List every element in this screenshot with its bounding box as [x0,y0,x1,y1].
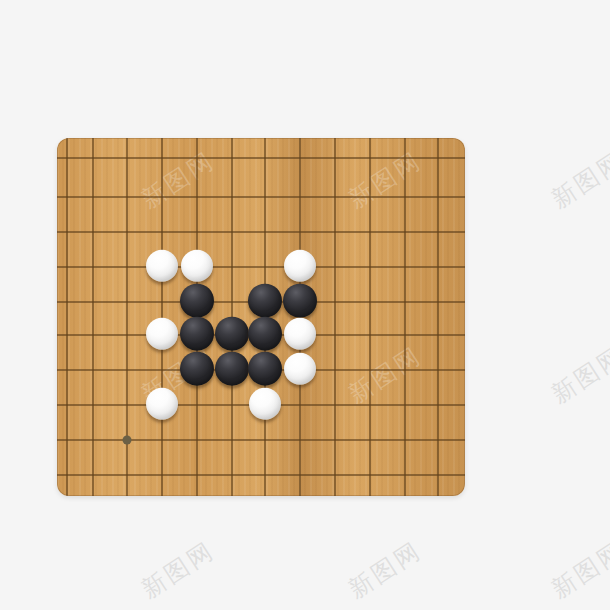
watermark-text: 新图网 [545,535,610,606]
grid-line-vertical [92,138,94,496]
stone-black[interactable] [180,284,214,318]
grid-line-horizontal [57,196,465,198]
grid-line-vertical [404,138,406,496]
stone-white[interactable] [284,318,316,350]
stone-white[interactable] [249,388,281,420]
grid-line-vertical [66,138,68,496]
stone-black[interactable] [215,352,249,386]
stone-black[interactable] [248,317,282,351]
stone-black[interactable] [283,284,317,318]
stone-white[interactable] [181,250,213,282]
grid-line-horizontal [57,439,465,441]
stone-black[interactable] [248,352,282,386]
watermark-text: 新图网 [545,145,610,216]
grid-line-horizontal [57,474,465,476]
watermark-text: 新图网 [135,535,220,606]
grid-line-horizontal [57,266,465,268]
stone-black[interactable] [180,317,214,351]
watermark-text: 新图网 [342,145,427,216]
watermark-text: 新图网 [342,535,427,606]
watermark-text: 新图网 [135,145,220,216]
stone-white[interactable] [284,250,316,282]
grid-line-vertical [437,138,439,496]
grid-line-vertical [369,138,371,496]
stone-white[interactable] [284,353,316,385]
grid-line-vertical [334,138,336,496]
stone-white[interactable] [146,250,178,282]
gomoku-board[interactable]: 新图网新图网新图网新图网 [57,138,465,496]
stone-white[interactable] [146,388,178,420]
stone-black[interactable] [215,317,249,351]
grid-line-horizontal [57,231,465,233]
watermark-text: 新图网 [545,340,610,411]
watermark-text: 新图网 [342,340,427,411]
stone-white[interactable] [146,318,178,350]
grid-line-horizontal [57,157,465,159]
star-point [123,436,132,445]
stone-black[interactable] [180,352,214,386]
stone-black[interactable] [248,284,282,318]
page-background: 新图网新图网新图网新图网新图网新图网新图网新图网新图网 新图网新图网新图网新图网 [0,0,610,610]
